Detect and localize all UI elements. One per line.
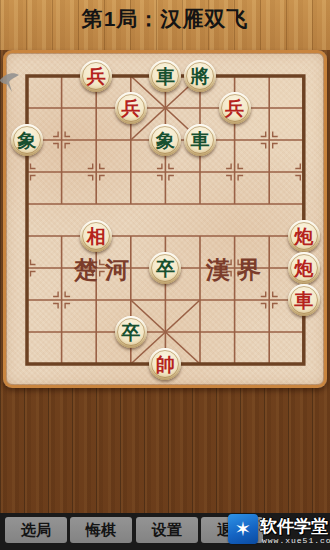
- piece-black-將[interactable]: 將: [184, 60, 216, 92]
- watermark: ✶ 软件学堂 www.xue51.com: [226, 512, 330, 550]
- board-grid: [3, 50, 327, 388]
- app-screen: 第1局：汉雁双飞 楚河 漢界 兵車將兵兵象象車相炮卒炮車卒帥 选局 悔棋 设置 …: [0, 0, 330, 550]
- river-label-chu: 楚河: [45, 254, 165, 286]
- piece-red-相[interactable]: 相: [80, 220, 112, 252]
- bird-decoration-icon: [0, 71, 20, 95]
- piece-red-兵[interactable]: 兵: [115, 92, 147, 124]
- piece-black-象[interactable]: 象: [11, 124, 43, 156]
- river-label-han: 漢界: [177, 254, 297, 286]
- piece-red-炮[interactable]: 炮: [288, 220, 320, 252]
- watermark-url: www.xue51.com: [262, 536, 330, 545]
- title-bar: 第1局：汉雁双飞: [0, 0, 330, 50]
- piece-red-炮[interactable]: 炮: [288, 252, 320, 284]
- watermark-logo-icon: ✶: [228, 514, 258, 544]
- page-title: 第1局：汉雁双飞: [0, 5, 330, 33]
- watermark-name: 软件学堂: [260, 515, 330, 538]
- settings-button[interactable]: 设置: [136, 517, 198, 543]
- piece-red-兵[interactable]: 兵: [80, 60, 112, 92]
- piece-red-車[interactable]: 車: [288, 284, 320, 316]
- piece-red-兵[interactable]: 兵: [219, 92, 251, 124]
- piece-black-卒[interactable]: 卒: [115, 316, 147, 348]
- piece-black-車[interactable]: 車: [184, 124, 216, 156]
- select-game-button[interactable]: 选局: [5, 517, 67, 543]
- xiangqi-board[interactable]: 楚河 漢界 兵車將兵兵象象車相炮卒炮車卒帥: [3, 50, 327, 388]
- undo-move-button[interactable]: 悔棋: [70, 517, 132, 543]
